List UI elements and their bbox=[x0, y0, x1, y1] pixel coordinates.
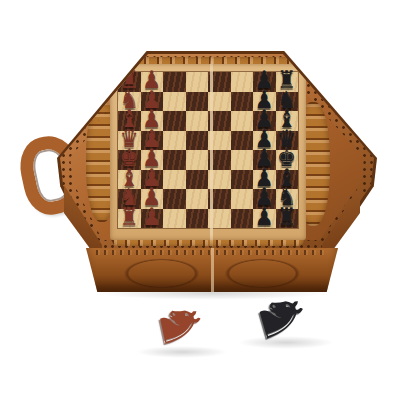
square-r5c6 bbox=[231, 150, 254, 170]
square-r8c8: ♜ bbox=[276, 209, 299, 229]
square-r8c7: ♟ bbox=[253, 209, 276, 229]
square-r2c4 bbox=[186, 92, 209, 112]
red-pawn: ♟ bbox=[141, 205, 164, 229]
square-r6c3 bbox=[163, 170, 186, 190]
black-rook: ♜ bbox=[276, 205, 299, 229]
square-r5c3 bbox=[163, 150, 186, 170]
chess-board: ♜♟♟♜♞♟♟♞♝♟♟♝♛♟♟♛♚♟♟♚♝♟♟♝♞♟♟♞♜♟♟♜ bbox=[118, 72, 298, 228]
square-r2c3 bbox=[163, 92, 186, 112]
square-r1c4 bbox=[186, 72, 209, 92]
square-r3c6 bbox=[231, 111, 254, 131]
square-r8c1: ♜ bbox=[118, 209, 141, 229]
square-r1c6 bbox=[231, 72, 254, 92]
square-r1c3 bbox=[163, 72, 186, 92]
black-pawn: ♟ bbox=[253, 205, 276, 229]
fold-seam bbox=[210, 55, 213, 249]
square-r5c4 bbox=[186, 150, 209, 170]
square-r2c6 bbox=[231, 92, 254, 112]
square-r8c2: ♟ bbox=[141, 209, 164, 229]
front-fold-seam bbox=[211, 248, 214, 292]
square-r7c3 bbox=[163, 189, 186, 209]
square-r8c4 bbox=[186, 209, 209, 229]
chess-set-photo: ♜♟♟♜♞♟♟♞♝♟♟♝♛♟♟♛♚♟♟♚♝♟♟♝♞♟♟♞♜♟♟♜ ♞ ♞ bbox=[0, 0, 400, 400]
loose-red-shadow bbox=[136, 346, 228, 358]
square-r8c6 bbox=[231, 209, 254, 229]
red-rook: ♜ bbox=[118, 205, 141, 229]
square-r3c4 bbox=[186, 111, 209, 131]
square-r4c3 bbox=[163, 131, 186, 151]
square-r8c3 bbox=[163, 209, 186, 229]
carved-octagonal-tray: ♜♟♟♜♞♟♟♞♝♟♟♝♛♟♟♛♚♟♟♚♝♟♟♝♞♟♟♞♜♟♟♜ bbox=[60, 54, 374, 250]
square-r6c4 bbox=[186, 170, 209, 190]
square-r4c6 bbox=[231, 131, 254, 151]
square-r6c6 bbox=[231, 170, 254, 190]
square-r3c3 bbox=[163, 111, 186, 131]
square-r7c4 bbox=[186, 189, 209, 209]
square-r4c4 bbox=[186, 131, 209, 151]
loose-black-shadow bbox=[238, 336, 334, 349]
square-r7c6 bbox=[231, 189, 254, 209]
